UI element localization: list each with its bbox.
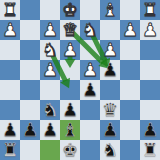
square-d8[interactable] <box>80 140 100 160</box>
square-b2[interactable] <box>120 20 140 40</box>
square-c2[interactable] <box>100 20 120 40</box>
square-b7[interactable] <box>120 120 140 140</box>
square-d5[interactable] <box>80 80 100 100</box>
square-f6[interactable] <box>40 100 60 120</box>
square-g1[interactable] <box>20 0 40 20</box>
square-f5[interactable] <box>40 80 60 100</box>
square-b5[interactable] <box>120 80 140 100</box>
square-h1[interactable] <box>0 0 20 20</box>
square-h5[interactable] <box>0 80 20 100</box>
square-a4[interactable] <box>140 60 160 80</box>
square-b8[interactable] <box>120 140 140 160</box>
square-a3[interactable] <box>140 40 160 60</box>
square-g3[interactable] <box>20 40 40 60</box>
square-h4[interactable] <box>0 60 20 80</box>
square-e3[interactable] <box>60 40 80 60</box>
square-f7[interactable] <box>40 120 60 140</box>
squares-layer <box>0 0 160 160</box>
square-f3[interactable] <box>40 40 60 60</box>
square-d7[interactable] <box>80 120 100 140</box>
square-g8[interactable] <box>20 140 40 160</box>
square-a1[interactable] <box>140 0 160 20</box>
square-f2[interactable] <box>40 20 60 40</box>
square-b6[interactable] <box>120 100 140 120</box>
square-c8[interactable] <box>100 140 120 160</box>
square-a6[interactable] <box>140 100 160 120</box>
square-a7[interactable] <box>140 120 160 140</box>
square-c1[interactable] <box>100 0 120 20</box>
square-d6[interactable] <box>80 100 100 120</box>
square-h2[interactable] <box>0 20 20 40</box>
square-d2[interactable] <box>80 20 100 40</box>
square-f4[interactable] <box>40 60 60 80</box>
square-b1[interactable] <box>120 0 140 20</box>
square-c4[interactable] <box>100 60 120 80</box>
square-e6[interactable] <box>60 100 80 120</box>
square-f8[interactable] <box>40 140 60 160</box>
square-e1[interactable] <box>60 0 80 20</box>
square-e5[interactable] <box>60 80 80 100</box>
square-c7[interactable] <box>100 120 120 140</box>
square-c5[interactable] <box>100 80 120 100</box>
square-g4[interactable] <box>20 60 40 80</box>
square-h3[interactable] <box>0 40 20 60</box>
square-d1[interactable] <box>80 0 100 20</box>
square-f1[interactable] <box>40 0 60 20</box>
square-h8[interactable] <box>0 140 20 160</box>
square-a2[interactable] <box>140 20 160 40</box>
square-e8[interactable] <box>60 140 80 160</box>
square-b3[interactable] <box>120 40 140 60</box>
square-e4[interactable] <box>60 60 80 80</box>
square-h6[interactable] <box>0 100 20 120</box>
square-e2[interactable] <box>60 20 80 40</box>
square-g6[interactable] <box>20 100 40 120</box>
square-e7[interactable] <box>60 120 80 140</box>
square-d4[interactable] <box>80 60 100 80</box>
square-g2[interactable] <box>20 20 40 40</box>
square-c3[interactable] <box>100 40 120 60</box>
square-a5[interactable] <box>140 80 160 100</box>
square-g5[interactable] <box>20 80 40 100</box>
square-g7[interactable] <box>20 120 40 140</box>
square-d3[interactable] <box>80 40 100 60</box>
square-a8[interactable] <box>140 140 160 160</box>
chess-board[interactable]: ♜♚♝♜♟♟♛♞♟♟♞♟♟♟♟♟♟♞♟♛♟♟♟♝♟♟♜♚♞♜ <box>0 0 160 160</box>
square-b4[interactable] <box>120 60 140 80</box>
square-h7[interactable] <box>0 120 20 140</box>
square-c6[interactable] <box>100 100 120 120</box>
